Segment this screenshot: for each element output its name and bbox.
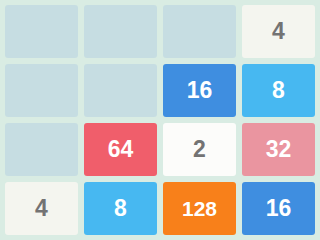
tile-16: 16 [163,64,236,117]
tile-2: 2 [163,123,236,176]
board-grid[interactable]: 4168642324812816 [0,0,240,240]
tile-empty [5,123,78,176]
tile-64: 64 [84,123,157,176]
tile-8: 8 [84,182,157,235]
tile-empty [84,5,157,58]
tile-128: 128 [163,182,236,235]
tile-empty [84,64,157,117]
tile-empty [5,64,78,117]
tile-empty [163,5,236,58]
tile-empty [5,5,78,58]
tile-4: 4 [5,182,78,235]
